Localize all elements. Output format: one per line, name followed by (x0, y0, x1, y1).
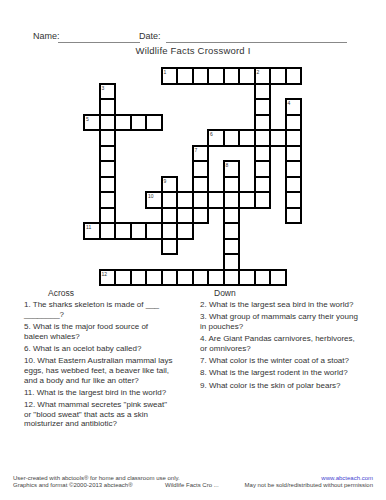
down-clues-column: Down 2. What is the largest sea bird in … (200, 289, 362, 393)
clue-down-2: 2. What is the largest sea bird in the w… (200, 300, 362, 310)
footer-site-link[interactable]: www.abcteach.com (245, 475, 373, 482)
date-label: Date: (139, 31, 161, 41)
across-header: Across (48, 289, 174, 299)
name-label: Name: (33, 31, 60, 41)
clue-down-4: 4. Are Giant Pandas carnivores, herbivor… (200, 334, 362, 353)
clue-across-5: 5. What is the major food source of bale… (24, 322, 174, 341)
clue-across-10: 10. What Eastern Australian mammal lays … (24, 356, 174, 385)
footer-doc-title: Wildlife Facts Cro ... (165, 482, 219, 489)
grid-cell[interactable] (254, 191, 272, 209)
grid-cell[interactable] (285, 207, 303, 225)
clue-across-11: 11. What is the largest bird in the worl… (24, 388, 174, 398)
down-header: Down (214, 289, 362, 299)
clue-number: 10 (147, 193, 161, 199)
down-clue-list: 2. What is the largest sea bird in the w… (200, 300, 362, 390)
clue-number: 3 (101, 85, 115, 91)
grid-cell[interactable] (176, 222, 194, 240)
grid-cell[interactable] (161, 238, 179, 256)
crossword-grid: 123456789101112 (84, 68, 302, 286)
footer-permission-note: May not be sold/redistributed without pe… (245, 482, 373, 489)
across-clue-list: 1. The sharks skeleton is made of ___ __… (24, 300, 174, 429)
clue-down-9: 9. What color is the skin of polar bears… (200, 381, 362, 391)
grid-cell[interactable] (269, 269, 287, 287)
clue-number: 5 (85, 116, 99, 122)
date-field-line[interactable] (166, 31, 347, 43)
grid-cell[interactable] (145, 114, 163, 132)
footer-copyright: Graphics and format ©2000-2013 abcteach® (13, 482, 180, 489)
clue-across-6: 6. What is an ocelot baby called? (24, 344, 174, 354)
clue-number: 9 (163, 178, 177, 184)
clue-number: 12 (101, 271, 115, 277)
clue-across-12: 12. What mammal secretes "pink sweat" or… (24, 400, 174, 429)
across-clues-column: Across 1. The sharks skeleton is made of… (24, 289, 174, 432)
clue-number: 11 (85, 224, 99, 230)
clue-number: 7 (194, 147, 208, 153)
clue-down-7: 7. What color is the winter coat of a st… (200, 356, 362, 366)
footer-usage-note: User-created with abctools® for home and… (13, 475, 180, 482)
clue-across-1: 1. The sharks skeleton is made of ___ __… (24, 300, 174, 319)
page-title: Wildlife Facts Crossword I (0, 45, 386, 56)
clue-number: 2 (256, 69, 270, 75)
grid-cell[interactable] (285, 67, 303, 85)
footer-right: www.abcteach.com May not be sold/redistr… (245, 475, 373, 489)
clue-number: 8 (225, 162, 239, 168)
clue-down-8: 8. What is the largest rodent in the wor… (200, 368, 362, 378)
clue-number: 1 (163, 69, 177, 75)
name-field-line[interactable] (58, 31, 140, 43)
clue-down-3: 3. What group of mammals carry their you… (200, 312, 362, 331)
clue-number: 6 (209, 131, 223, 137)
clue-number: 4 (287, 100, 301, 106)
grid-cell[interactable] (192, 207, 210, 225)
footer-left: User-created with abctools® for home and… (13, 475, 180, 489)
